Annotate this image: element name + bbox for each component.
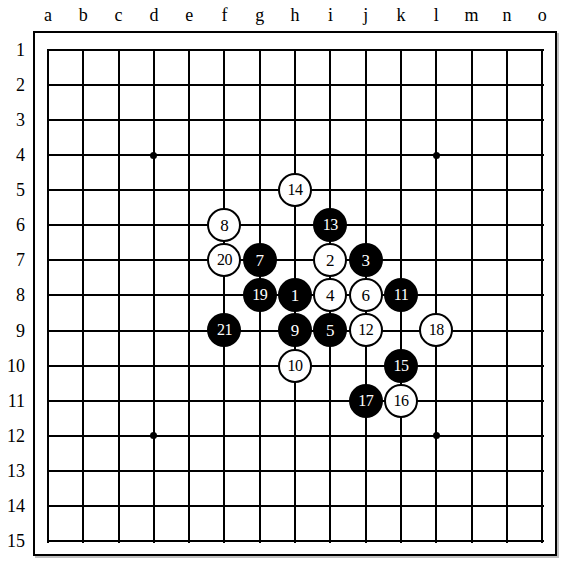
- column-label-m: m: [455, 2, 489, 28]
- column-label-o: o: [525, 2, 559, 28]
- row-label-9: 9: [0, 318, 25, 344]
- row-label-6: 6: [0, 212, 25, 238]
- white-stone: 16: [384, 384, 418, 418]
- row-label-15: 15: [0, 528, 25, 554]
- star-point-d12: [136, 418, 171, 453]
- column-label-j: j: [349, 2, 383, 28]
- column-label-i: i: [313, 2, 347, 28]
- stone-5-i9: 5: [313, 313, 348, 348]
- column-label-g: g: [243, 2, 277, 28]
- white-stone: 8: [207, 208, 241, 242]
- stone-6-j8: 6: [348, 278, 383, 313]
- black-stone: 9: [278, 313, 312, 347]
- stone-8-f6: 8: [207, 208, 242, 243]
- stone-19-g8: 19: [242, 278, 277, 313]
- row-label-1: 1: [0, 37, 25, 63]
- black-stone: 11: [384, 278, 418, 312]
- stone-16-k11: 16: [383, 383, 418, 418]
- stone-12-j9: 12: [348, 313, 383, 348]
- white-stone: 6: [349, 278, 383, 312]
- row-label-8: 8: [0, 282, 25, 308]
- stone-17-j11: 17: [348, 383, 383, 418]
- row-label-12: 12: [0, 423, 25, 449]
- row-label-11: 11: [0, 388, 25, 414]
- black-stone: 19: [243, 278, 277, 312]
- black-stone: 17: [349, 384, 383, 418]
- column-label-e: e: [172, 2, 206, 28]
- black-stone: 5: [313, 313, 347, 347]
- column-label-d: d: [137, 2, 171, 28]
- black-stone: 21: [207, 313, 241, 347]
- black-stone: 15: [384, 349, 418, 383]
- star-dot: [433, 432, 440, 439]
- stone-7-g7: 7: [242, 243, 277, 278]
- column-label-k: k: [384, 2, 418, 28]
- white-stone: 12: [349, 313, 383, 347]
- column-label-c: c: [102, 2, 136, 28]
- black-stone: 3: [349, 243, 383, 277]
- row-label-3: 3: [0, 107, 25, 133]
- stone-2-i7: 2: [313, 243, 348, 278]
- row-label-10: 10: [0, 353, 25, 379]
- star-dot: [150, 152, 157, 159]
- white-stone: 10: [278, 349, 312, 383]
- star-point-l12: [419, 418, 454, 453]
- row-label-14: 14: [0, 493, 25, 519]
- column-label-b: b: [66, 2, 100, 28]
- column-label-n: n: [490, 2, 524, 28]
- stone-13-i6: 13: [313, 208, 348, 243]
- stone-9-h9: 9: [277, 313, 312, 348]
- white-stone: 18: [419, 313, 453, 347]
- white-stone: 20: [207, 243, 241, 277]
- board-grid[interactable]: 123456789101112131415161718192021: [30, 32, 559, 558]
- stone-10-h10: 10: [277, 348, 312, 383]
- star-dot: [433, 152, 440, 159]
- stone-1-h8: 1: [277, 278, 312, 313]
- white-stone: 14: [278, 173, 312, 207]
- row-label-2: 2: [0, 72, 25, 98]
- row-label-7: 7: [0, 247, 25, 273]
- stone-15-k10: 15: [383, 348, 418, 383]
- column-label-a: a: [31, 2, 65, 28]
- row-label-13: 13: [0, 458, 25, 484]
- stone-3-j7: 3: [348, 243, 383, 278]
- stone-21-f9: 21: [207, 313, 242, 348]
- stone-14-h5: 14: [277, 173, 312, 208]
- star-point-l4: [419, 138, 454, 173]
- column-label-f: f: [208, 2, 242, 28]
- row-label-4: 4: [0, 142, 25, 168]
- stone-4-i8: 4: [313, 278, 348, 313]
- stone-20-f7: 20: [207, 243, 242, 278]
- stone-18-l9: 18: [419, 313, 454, 348]
- white-stone: 4: [313, 278, 347, 312]
- black-stone: 7: [243, 243, 277, 277]
- black-stone: 13: [313, 208, 347, 242]
- stone-11-k8: 11: [383, 278, 418, 313]
- column-label-l: l: [419, 2, 453, 28]
- white-stone: 2: [313, 243, 347, 277]
- go-board-diagram: abcdefghijklmno 123456789101112131415 12…: [0, 0, 574, 576]
- row-label-5: 5: [0, 177, 25, 203]
- star-point-d4: [136, 138, 171, 173]
- star-dot: [150, 432, 157, 439]
- black-stone: 1: [278, 278, 312, 312]
- column-label-h: h: [278, 2, 312, 28]
